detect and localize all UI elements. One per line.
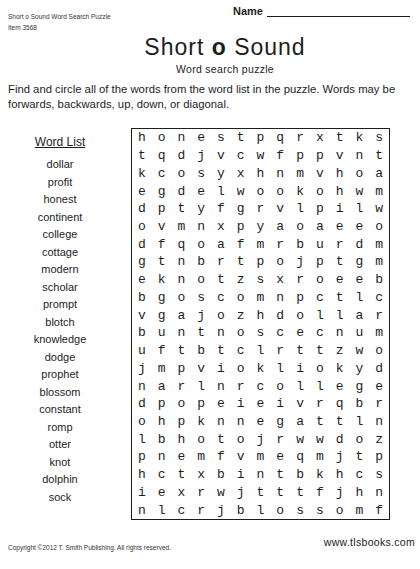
grid-cell: i (330, 200, 350, 218)
grid-cell: x (310, 129, 330, 147)
grid-cell: n (211, 413, 231, 431)
copyright-text: Copyright ©2012 T. Smith Publishing. All… (8, 544, 171, 551)
grid-cell: s (369, 129, 389, 147)
grid-cell: d (132, 395, 152, 413)
grid-cell: g (152, 182, 172, 200)
grid-cell: w (310, 430, 330, 448)
grid-cell: c (211, 289, 231, 307)
word-list-item: prompt (18, 296, 102, 314)
grid-cell: n (330, 324, 350, 342)
grid-cell: j (231, 484, 251, 502)
name-row: Name (233, 5, 410, 17)
grid-cell: c (231, 147, 251, 165)
grid-cell: m (349, 501, 369, 519)
grid-cell: e (172, 448, 192, 466)
grid-cell: o (191, 235, 211, 253)
grid-cell: k (330, 359, 350, 377)
grid-cell: i (231, 466, 251, 484)
grid-cell: k (310, 466, 330, 484)
grid-cell: o (211, 306, 231, 324)
grid-cell: j (330, 484, 350, 502)
grid-cell: n (172, 324, 192, 342)
grid-cell: r (270, 235, 290, 253)
grid-cell: t (172, 200, 192, 218)
grid-cell: o (231, 324, 251, 342)
word-list-item: blossom (18, 384, 102, 402)
grid-cell: j (191, 147, 211, 165)
grid-cell: o (369, 218, 389, 236)
grid-cell: t (290, 484, 310, 502)
grid-cell: p (172, 413, 192, 431)
worksheet-id-block: Short o Sound Word Search Puzzle Item 35… (8, 11, 111, 33)
grid-cell: o (191, 430, 211, 448)
grid-cell: a (211, 235, 231, 253)
grid-cell: c (172, 501, 192, 519)
grid-cell: o (231, 430, 251, 448)
grid-cell: r (211, 253, 231, 271)
grid-cell: o (152, 129, 172, 147)
grid-cell: p (290, 147, 310, 165)
grid-cell: t (231, 129, 251, 147)
grid-cell: u (132, 342, 152, 360)
grid-cell: d (132, 200, 152, 218)
grid-cell: s (191, 289, 211, 307)
grid-cell: y (349, 359, 369, 377)
grid-cell: a (270, 218, 290, 236)
grid-cell: m (369, 253, 389, 271)
grid-cell: r (369, 306, 389, 324)
grid-cell: l (349, 413, 369, 431)
grid-cell: p (152, 200, 172, 218)
grid-cell: v (310, 164, 330, 182)
grid-cell: e (270, 448, 290, 466)
grid-cell: b (132, 324, 152, 342)
grid-cell: m (310, 448, 330, 466)
grid-cell: o (369, 342, 389, 360)
grid-cell: h (349, 484, 369, 502)
grid-cell: u (349, 324, 369, 342)
title-accent: o (212, 34, 227, 60)
grid-cell: r (191, 484, 211, 502)
grid-cell: r (310, 395, 330, 413)
grid-cell: o (191, 271, 211, 289)
grid-cell: b (290, 466, 310, 484)
grid-cell: o (270, 501, 290, 519)
grid-cell: q (330, 395, 350, 413)
grid-cell: t (330, 289, 350, 307)
grid-cell: v (290, 395, 310, 413)
grid-cell: o (251, 182, 271, 200)
grid-cell: l (152, 501, 172, 519)
grid-cell: e (211, 395, 231, 413)
grid-cell: n (349, 147, 369, 165)
grid-cell: w (251, 147, 271, 165)
grid-cell: t (172, 466, 192, 484)
grid-cell: q (290, 448, 310, 466)
grid-cell: t (330, 413, 350, 431)
grid-cell: t (349, 448, 369, 466)
grid-cell: i (290, 359, 310, 377)
grid-cell: t (270, 466, 290, 484)
grid-cell: s (251, 271, 271, 289)
grid-cell: o (310, 182, 330, 200)
grid-cell: r (270, 430, 290, 448)
name-label: Name (233, 5, 263, 17)
grid-cell: b (211, 466, 231, 484)
grid-cell: c (152, 466, 172, 484)
grid-cell: z (231, 306, 251, 324)
worksheet-title: Short o Sound Word Search Puzzle (8, 11, 111, 22)
instructions-line1: Find and circle all of the words from th… (8, 82, 414, 97)
word-list-item: cottage (18, 244, 102, 262)
grid-cell: a (369, 164, 389, 182)
grid-cell: e (152, 484, 172, 502)
grid-cell: e (330, 271, 350, 289)
grid-cell: g (270, 413, 290, 431)
grid-cell: p (310, 147, 330, 165)
grid-cell: c (310, 324, 330, 342)
grid-cell: n (211, 324, 231, 342)
grid-cell: l (310, 377, 330, 395)
word-list-item: constant (18, 401, 102, 419)
grid-cell: w (211, 484, 231, 502)
grid-cell: d (270, 306, 290, 324)
grid-cell: m (290, 164, 310, 182)
item-number: Item 3568 (8, 22, 111, 33)
grid-cell: z (231, 271, 251, 289)
grid-cell: r (172, 377, 192, 395)
grid-cell: t (330, 129, 350, 147)
grid-cell: o (349, 164, 369, 182)
grid-cell: h (330, 164, 350, 182)
title-suffix: Sound (227, 34, 306, 60)
grid-cell: e (251, 395, 271, 413)
grid-cell: g (231, 200, 251, 218)
word-list-item: otter (18, 436, 102, 454)
grid-cell: n (132, 377, 152, 395)
grid-cell: o (231, 289, 251, 307)
grid-cell: w (369, 200, 389, 218)
grid-cell: g (349, 377, 369, 395)
puzzle-grid: honestpqrxtkstqdjvcwfppvntkcosyxhnmvhoae… (131, 128, 390, 520)
grid-cell: w (231, 182, 251, 200)
word-list-item: profit (18, 174, 102, 192)
grid-cell: t (310, 413, 330, 431)
grid-cell: e (132, 271, 152, 289)
grid-cell: v (152, 218, 172, 236)
grid-cell: m (369, 182, 389, 200)
page-subtitle: Word search puzzle (30, 63, 420, 75)
grid-cell: r (290, 271, 310, 289)
grid-cell: n (172, 129, 192, 147)
grid-cell: n (369, 484, 389, 502)
word-list-heading: Word List (18, 135, 102, 149)
grid-cell: c (152, 164, 172, 182)
grid-cell: r (251, 200, 271, 218)
grid-cell: h (330, 182, 350, 200)
word-list-item: dollar (18, 156, 102, 174)
grid-cell: n (172, 271, 192, 289)
grid-cell: f (211, 448, 231, 466)
word-list-item: dolphin (18, 471, 102, 489)
grid-cell: y (211, 164, 231, 182)
grid-cell: n (251, 466, 271, 484)
grid-cell: r (191, 501, 211, 519)
grid-cell: m (369, 324, 389, 342)
grid-cell: i (132, 484, 152, 502)
grid-cell: l (310, 306, 330, 324)
grid-cell: k (349, 129, 369, 147)
grid-cell: m (172, 218, 192, 236)
grid-cell: c (231, 342, 251, 360)
word-list-item: blotch (18, 314, 102, 332)
grid-cell: b (369, 271, 389, 289)
grid-cell: r (290, 129, 310, 147)
word-list-item: dodge (18, 349, 102, 367)
grid-cell: p (290, 289, 310, 307)
grid-cell: l (290, 200, 310, 218)
grid-cell: q (172, 235, 192, 253)
grid-cell: r (369, 395, 389, 413)
grid-cell: g (152, 289, 172, 307)
grid-cell: t (211, 430, 231, 448)
grid-cell: b (191, 253, 211, 271)
grid-cell: p (251, 129, 271, 147)
grid-cell: t (132, 147, 152, 165)
grid-cell: e (330, 218, 350, 236)
grid-cell: i (211, 359, 231, 377)
grid-cell: l (349, 289, 369, 307)
grid-cell: m (191, 448, 211, 466)
grid-cell: o (231, 359, 251, 377)
grid-cell: e (290, 324, 310, 342)
grid-cell: o (270, 182, 290, 200)
word-list-item: scholar (18, 279, 102, 297)
grid-cell: o (270, 253, 290, 271)
title-block: Short o Sound Word search puzzle (30, 34, 420, 75)
grid-cell: l (191, 377, 211, 395)
grid-cell: l (270, 359, 290, 377)
grid-cell: f (369, 501, 389, 519)
grid-cell: o (132, 218, 152, 236)
word-list-item: college (18, 226, 102, 244)
grid-cell: v (211, 147, 231, 165)
grid-cell: n (270, 164, 290, 182)
grid-cell: c (310, 289, 330, 307)
grid-cell: j (251, 430, 271, 448)
grid-cell: t (290, 342, 310, 360)
grid-cell: k (191, 413, 211, 431)
grid-cell: l (349, 200, 369, 218)
grid-cell: j (191, 306, 211, 324)
grid-cell: p (152, 395, 172, 413)
grid-cell: t (211, 271, 231, 289)
grid-cell: b (132, 289, 152, 307)
grid-cell: i (270, 395, 290, 413)
grid-cell: e (132, 182, 152, 200)
grid-cell: p (231, 218, 251, 236)
grid-cell: n (270, 289, 290, 307)
grid-cell: t (191, 324, 211, 342)
grid-cell: s (191, 164, 211, 182)
grid-cell: x (270, 271, 290, 289)
grid-cell: a (290, 413, 310, 431)
grid-cell: k (152, 271, 172, 289)
grid-cell: b (290, 235, 310, 253)
grid-cell: h (132, 129, 152, 147)
grid-cell: x (191, 466, 211, 484)
grid-cell: b (349, 395, 369, 413)
grid-cell: o (330, 501, 350, 519)
grid-cell: p (310, 200, 330, 218)
grid-cell: e (191, 182, 211, 200)
grid-cell: n (172, 253, 192, 271)
grid-cell: a (152, 377, 172, 395)
grid-cell: f (310, 484, 330, 502)
grid-cell: t (172, 342, 192, 360)
grid-cell: g (152, 306, 172, 324)
grid-cell: h (152, 413, 172, 431)
grid-cell: t (251, 484, 271, 502)
grid-cell: q (152, 147, 172, 165)
grid-cell: o (290, 218, 310, 236)
grid-cell: m (369, 235, 389, 253)
grid-cell: r (270, 342, 290, 360)
grid-cell: d (172, 147, 192, 165)
title-prefix: Short (144, 34, 211, 60)
website-text: www.tlsbooks.com (324, 536, 415, 548)
grid-cell: z (330, 342, 350, 360)
grid-cell: n (369, 413, 389, 431)
grid-cell: k (290, 182, 310, 200)
grid-cell: n (211, 377, 231, 395)
grid-cell: o (310, 271, 330, 289)
grid-cell: c (369, 289, 389, 307)
grid-cell: e (349, 271, 369, 289)
grid-cell: e (330, 377, 350, 395)
word-list-item: knot (18, 454, 102, 472)
grid-cell: m (152, 359, 172, 377)
grid-cell: m (251, 235, 271, 253)
grid-cell: i (231, 395, 251, 413)
grid-cell: j (290, 253, 310, 271)
grid-cell: l (251, 342, 271, 360)
grid-cell: t (310, 342, 330, 360)
grid-cell: d (369, 359, 389, 377)
grid-cell: x (211, 218, 231, 236)
grid-cell: o (290, 306, 310, 324)
grid-cell: o (172, 164, 192, 182)
page-title: Short o Sound (30, 34, 420, 61)
grid-cell: j (211, 501, 231, 519)
grid-cell: o (310, 359, 330, 377)
grid-cell: q (270, 129, 290, 147)
grid-cell: h (330, 466, 350, 484)
word-list: dollarprofithonestcontinentcollegecottag… (18, 156, 102, 506)
grid-cell: a (172, 306, 192, 324)
grid-cell: t (152, 253, 172, 271)
worksheet-page: Short o Sound Word Search Puzzle Item 35… (0, 0, 420, 569)
grid-cell: o (172, 395, 192, 413)
grid-cell: y (251, 218, 271, 236)
grid-cell: k (132, 164, 152, 182)
grid-cell: y (191, 200, 211, 218)
grid-cell: g (132, 253, 152, 271)
grid-cell: s (211, 129, 231, 147)
grid-cell: f (231, 235, 251, 253)
grid-cell: e (191, 129, 211, 147)
grid-cell: x (172, 484, 192, 502)
grid-cell: d (349, 235, 369, 253)
grid-cell: o (132, 413, 152, 431)
grid-cell: l (330, 306, 350, 324)
grid-cell: d (172, 182, 192, 200)
grid-cell: j (132, 359, 152, 377)
grid-cell: h (251, 306, 271, 324)
grid-cell: b (152, 430, 172, 448)
grid-cell: p (191, 395, 211, 413)
grid-cell: p (369, 448, 389, 466)
grid-cell: w (290, 430, 310, 448)
grid-cell: e (349, 218, 369, 236)
grid-cell: e (251, 413, 271, 431)
grid-cell: b (231, 501, 251, 519)
grid-cell: j (330, 448, 350, 466)
grid-cell: p (132, 448, 152, 466)
word-list-item: continent (18, 209, 102, 227)
grid-cell: t (270, 484, 290, 502)
grid-cell: o (349, 430, 369, 448)
grid-cell: w (349, 182, 369, 200)
grid-cell: v (132, 306, 152, 324)
grid-cell: t (369, 147, 389, 165)
word-list-item: romp (18, 419, 102, 437)
grid-cell: v (231, 448, 251, 466)
grid-cell: n (132, 501, 152, 519)
grid-cell: n (152, 448, 172, 466)
grid-cell: t (231, 253, 251, 271)
grid-cell: s (369, 466, 389, 484)
grid-cell: c (251, 377, 271, 395)
grid-cell: d (330, 430, 350, 448)
grid-cell: s (310, 501, 330, 519)
grid-cell: v (270, 200, 290, 218)
grid-cell: l (290, 377, 310, 395)
grid-cell: l (211, 182, 231, 200)
grid-cell: c (349, 466, 369, 484)
grid-cell: k (251, 359, 271, 377)
grid-cell: o (270, 377, 290, 395)
grid-cell: n (231, 413, 251, 431)
grid-cell: m (251, 448, 271, 466)
instructions-line2: forwards, backwards, up, down, or diagon… (8, 97, 414, 112)
grid-cell: f (152, 235, 172, 253)
grid-cell: w (349, 342, 369, 360)
grid-cell: t (211, 342, 231, 360)
grid-cell: b (191, 342, 211, 360)
grid-cell: r (330, 235, 350, 253)
grid-cell: e (369, 377, 389, 395)
grid-cell: z (369, 430, 389, 448)
grid-cell: c (270, 324, 290, 342)
grid-cell: a (310, 218, 330, 236)
grid-cell: l (132, 430, 152, 448)
grid-cell: u (310, 235, 330, 253)
grid-cell: r (231, 377, 251, 395)
grid-cell: x (231, 164, 251, 182)
grid-cell: f (270, 147, 290, 165)
word-list-item: prophet (18, 366, 102, 384)
